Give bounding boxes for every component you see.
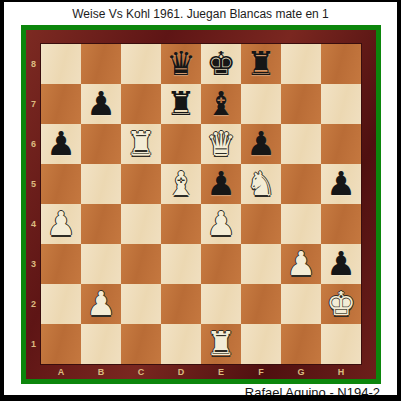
file-label-d: D — [161, 364, 201, 379]
file-label-a: A — [41, 364, 81, 379]
piece-white-rook: ♜ — [206, 324, 236, 364]
square-c3[interactable] — [121, 244, 161, 284]
file-label-h: H — [321, 364, 361, 379]
square-c2[interactable] — [121, 284, 161, 324]
rank-label-1: 1 — [26, 324, 41, 364]
square-a8[interactable] — [41, 44, 81, 84]
rank-label-6: 6 — [26, 124, 41, 164]
square-f5[interactable]: ♞ — [241, 164, 281, 204]
file-label-f: F — [241, 364, 281, 379]
square-a2[interactable] — [41, 284, 81, 324]
square-g3[interactable]: ♟ — [281, 244, 321, 284]
square-b6[interactable] — [81, 124, 121, 164]
square-c8[interactable] — [121, 44, 161, 84]
square-e4[interactable]: ♟ — [201, 204, 241, 244]
square-e5[interactable]: ♟ — [201, 164, 241, 204]
piece-black-rook: ♜ — [246, 44, 276, 84]
piece-black-rook: ♜ — [166, 84, 196, 124]
square-c4[interactable] — [121, 204, 161, 244]
piece-black-bishop: ♝ — [206, 84, 236, 124]
square-b1[interactable] — [81, 324, 121, 364]
piece-black-pawn: ♟ — [326, 164, 356, 204]
square-d7[interactable]: ♜ — [161, 84, 201, 124]
square-c7[interactable] — [121, 84, 161, 124]
file-label-b: B — [81, 364, 121, 379]
square-d1[interactable] — [161, 324, 201, 364]
square-d4[interactable] — [161, 204, 201, 244]
square-b2[interactable]: ♟ — [81, 284, 121, 324]
piece-black-pawn: ♟ — [246, 124, 276, 164]
square-h4[interactable] — [321, 204, 361, 244]
piece-white-pawn: ♟ — [286, 244, 316, 284]
square-h5[interactable]: ♟ — [321, 164, 361, 204]
piece-white-queen: ♛ — [206, 124, 236, 164]
square-a6[interactable]: ♟ — [41, 124, 81, 164]
square-f2[interactable] — [241, 284, 281, 324]
square-b8[interactable] — [81, 44, 121, 84]
square-g4[interactable] — [281, 204, 321, 244]
square-e3[interactable] — [201, 244, 241, 284]
rank-label-3: 3 — [26, 244, 41, 284]
square-d8[interactable]: ♛ — [161, 44, 201, 84]
square-g6[interactable] — [281, 124, 321, 164]
piece-white-king: ♚ — [326, 284, 356, 324]
square-e8[interactable]: ♚ — [201, 44, 241, 84]
square-a7[interactable] — [41, 84, 81, 124]
piece-black-pawn: ♟ — [206, 164, 236, 204]
rank-labels: 87654321 — [26, 44, 41, 364]
board-frame: 87654321 ♛♚♜♟♜♝♟♜♛♟♝♟♞♟♟♟♟♟♟♚♜ ABCDEFGH — [26, 30, 376, 379]
square-c1[interactable] — [121, 324, 161, 364]
square-b4[interactable] — [81, 204, 121, 244]
square-g2[interactable] — [281, 284, 321, 324]
square-e2[interactable] — [201, 284, 241, 324]
square-d2[interactable] — [161, 284, 201, 324]
square-b3[interactable] — [81, 244, 121, 284]
square-f1[interactable] — [241, 324, 281, 364]
file-label-g: G — [281, 364, 321, 379]
file-label-c: C — [121, 364, 161, 379]
credit-text: Rafael Aquino - N194-2 — [4, 386, 380, 399]
square-e7[interactable]: ♝ — [201, 84, 241, 124]
piece-white-pawn: ♟ — [206, 204, 236, 244]
square-a1[interactable] — [41, 324, 81, 364]
square-d5[interactable]: ♝ — [161, 164, 201, 204]
square-e1[interactable]: ♜ — [201, 324, 241, 364]
piece-black-pawn: ♟ — [86, 84, 116, 124]
square-h1[interactable] — [321, 324, 361, 364]
square-h2[interactable]: ♚ — [321, 284, 361, 324]
piece-black-pawn: ♟ — [326, 244, 356, 284]
piece-white-knight: ♞ — [246, 164, 276, 204]
page: Weise Vs Kohl 1961. Juegan Blancas mate … — [0, 0, 401, 401]
square-g7[interactable] — [281, 84, 321, 124]
square-g1[interactable] — [281, 324, 321, 364]
board: ♛♚♜♟♜♝♟♜♛♟♝♟♞♟♟♟♟♟♟♚♜ — [40, 43, 362, 365]
square-h7[interactable] — [321, 84, 361, 124]
square-f8[interactable]: ♜ — [241, 44, 281, 84]
rank-label-8: 8 — [26, 44, 41, 84]
rank-label-7: 7 — [26, 84, 41, 124]
square-h3[interactable]: ♟ — [321, 244, 361, 284]
piece-white-bishop: ♝ — [166, 164, 196, 204]
square-f7[interactable] — [241, 84, 281, 124]
puzzle-title: Weise Vs Kohl 1961. Juegan Blancas mate … — [4, 7, 397, 21]
piece-white-pawn: ♟ — [86, 284, 116, 324]
square-a3[interactable] — [41, 244, 81, 284]
square-f6[interactable]: ♟ — [241, 124, 281, 164]
square-b5[interactable] — [81, 164, 121, 204]
square-f4[interactable] — [241, 204, 281, 244]
square-g8[interactable] — [281, 44, 321, 84]
piece-black-king: ♚ — [206, 44, 236, 84]
square-h8[interactable] — [321, 44, 361, 84]
file-labels: ABCDEFGH — [41, 364, 361, 379]
piece-white-rook: ♜ — [126, 124, 156, 164]
chess-diagram: 87654321 ♛♚♜♟♜♝♟♜♛♟♝♟♞♟♟♟♟♟♟♚♜ ABCDEFGH — [21, 25, 381, 384]
piece-black-queen: ♛ — [166, 44, 196, 84]
square-a4[interactable]: ♟ — [41, 204, 81, 244]
square-d6[interactable] — [161, 124, 201, 164]
rank-label-4: 4 — [26, 204, 41, 244]
square-c6[interactable]: ♜ — [121, 124, 161, 164]
square-e6[interactable]: ♛ — [201, 124, 241, 164]
piece-black-pawn: ♟ — [46, 124, 76, 164]
rank-label-2: 2 — [26, 284, 41, 324]
square-c5[interactable] — [121, 164, 161, 204]
file-label-e: E — [201, 364, 241, 379]
square-b7[interactable]: ♟ — [81, 84, 121, 124]
piece-white-pawn: ♟ — [46, 204, 76, 244]
square-h6[interactable] — [321, 124, 361, 164]
square-f3[interactable] — [241, 244, 281, 284]
rank-label-5: 5 — [26, 164, 41, 204]
square-a5[interactable] — [41, 164, 81, 204]
square-g5[interactable] — [281, 164, 321, 204]
square-d3[interactable] — [161, 244, 201, 284]
